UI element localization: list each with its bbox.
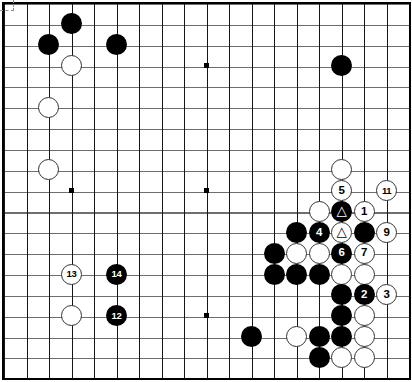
go-stone-white[interactable]: [286, 326, 307, 347]
go-stone-black[interactable]: 6: [331, 243, 352, 264]
go-stone-black[interactable]: [286, 264, 307, 285]
go-stone-black[interactable]: [38, 34, 59, 55]
go-stone-white[interactable]: [286, 243, 307, 264]
go-stone-black[interactable]: [309, 264, 330, 285]
go-stone-black[interactable]: 14: [106, 264, 127, 285]
go-stone-white[interactable]: [331, 347, 352, 368]
go-stone-black[interactable]: [241, 326, 262, 347]
go-stone-white[interactable]: [309, 243, 330, 264]
go-stone-white[interactable]: [331, 264, 352, 285]
move-number: 12: [112, 311, 122, 321]
go-stone-white[interactable]: [354, 326, 375, 347]
go-stone-white[interactable]: [61, 305, 82, 326]
go-stone-white[interactable]: [354, 347, 375, 368]
move-number: 5: [338, 185, 344, 197]
move-number: 11: [382, 186, 391, 196]
triangle-mark: △: [336, 204, 346, 218]
go-stone-white[interactable]: 9: [376, 222, 397, 243]
go-stone-black[interactable]: [331, 305, 352, 326]
go-stone-white[interactable]: [38, 97, 59, 118]
go-stone-black[interactable]: [286, 222, 307, 243]
go-board[interactable]: 511△14△96713142312: [0, 0, 412, 382]
go-stone-white[interactable]: [61, 55, 82, 76]
move-number: 6: [338, 247, 344, 259]
move-number: 13: [67, 269, 77, 279]
go-stone-black[interactable]: [309, 326, 330, 347]
go-stone-white[interactable]: 13: [61, 264, 82, 285]
move-number: 4: [316, 227, 322, 239]
go-stone-black[interactable]: [309, 347, 330, 368]
go-stone-white[interactable]: 3: [376, 284, 397, 305]
go-stone-white[interactable]: 11: [376, 180, 397, 201]
go-stone-white[interactable]: [354, 264, 375, 285]
go-stone-white[interactable]: 1: [354, 201, 375, 222]
go-stone-white[interactable]: 7: [354, 243, 375, 264]
dashed-corner-artifact: [0, 0, 14, 11]
go-stone-white[interactable]: 5: [331, 180, 352, 201]
go-stone-black[interactable]: [61, 13, 82, 34]
go-stone-black[interactable]: [331, 55, 352, 76]
go-stone-black[interactable]: 4: [309, 222, 330, 243]
go-stone-black[interactable]: [264, 264, 285, 285]
go-diagram: 511△14△96713142312: [0, 0, 412, 382]
go-stone-white[interactable]: △: [331, 222, 352, 243]
go-stone-black[interactable]: 12: [106, 305, 127, 326]
move-number: 9: [383, 227, 389, 239]
go-stone-black[interactable]: [106, 34, 127, 55]
go-stone-black[interactable]: 2: [354, 284, 375, 305]
go-stone-white[interactable]: [309, 201, 330, 222]
go-stone-black[interactable]: △: [331, 201, 352, 222]
triangle-mark: △: [336, 225, 346, 239]
move-number: 14: [112, 269, 122, 279]
move-number: 1: [361, 206, 367, 218]
go-stone-black[interactable]: [264, 243, 285, 264]
go-stone-black[interactable]: [331, 326, 352, 347]
move-number: 3: [383, 289, 389, 301]
move-number: 2: [361, 289, 367, 301]
go-stone-white[interactable]: [331, 159, 352, 180]
go-stone-black[interactable]: [354, 222, 375, 243]
go-stone-white[interactable]: [354, 305, 375, 326]
move-number: 7: [361, 247, 367, 259]
go-stone-black[interactable]: [331, 284, 352, 305]
go-stone-white[interactable]: [38, 159, 59, 180]
